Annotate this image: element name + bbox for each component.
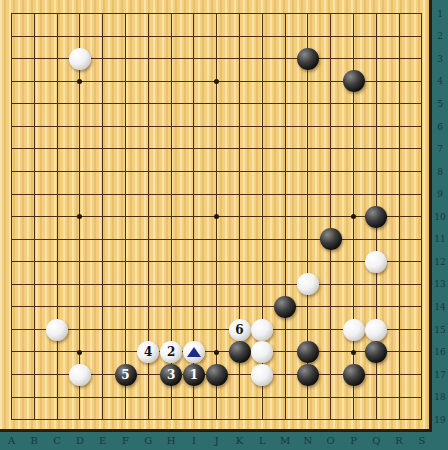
grid-cell bbox=[377, 285, 400, 308]
grid-cell bbox=[35, 82, 58, 105]
grid-cell bbox=[400, 195, 423, 218]
go-board[interactable]: 642531 bbox=[0, 0, 432, 432]
row-label: 16 bbox=[434, 347, 445, 357]
grid-cell bbox=[308, 307, 331, 330]
grid-cell bbox=[126, 59, 149, 82]
grid-cell bbox=[286, 127, 309, 150]
move-number: 2 bbox=[167, 346, 175, 358]
grid-cell bbox=[194, 217, 217, 240]
grid-cell bbox=[172, 307, 195, 330]
grid-cell bbox=[103, 195, 126, 218]
grid-cell bbox=[35, 149, 58, 172]
white-stone[interactable]: 6 bbox=[229, 319, 251, 341]
grid-cell bbox=[172, 240, 195, 263]
grid-cell bbox=[126, 240, 149, 263]
grid-cell bbox=[12, 217, 35, 240]
white-stone[interactable] bbox=[46, 319, 68, 341]
grid-cell bbox=[194, 149, 217, 172]
grid-cell bbox=[35, 240, 58, 263]
grid-cell bbox=[103, 37, 126, 60]
grid-cell bbox=[263, 217, 286, 240]
grid-cell bbox=[12, 82, 35, 105]
row-label: 8 bbox=[437, 167, 443, 177]
grid-cell bbox=[194, 262, 217, 285]
grid-cell bbox=[58, 217, 81, 240]
grid-cell bbox=[194, 195, 217, 218]
grid-cell bbox=[217, 285, 240, 308]
grid-cell bbox=[58, 398, 81, 421]
grid-cell bbox=[400, 104, 423, 127]
grid-cell bbox=[35, 285, 58, 308]
grid-cell bbox=[400, 217, 423, 240]
grid-cell bbox=[377, 398, 400, 421]
triangle-marker-icon bbox=[187, 347, 201, 357]
grid-cell bbox=[286, 149, 309, 172]
column-label: C bbox=[53, 435, 61, 446]
grid-cell bbox=[400, 240, 423, 263]
grid-cell bbox=[12, 285, 35, 308]
black-stone[interactable]: 1 bbox=[183, 364, 205, 386]
black-stone[interactable] bbox=[297, 341, 319, 363]
grid-cell bbox=[308, 195, 331, 218]
grid-cell bbox=[308, 82, 331, 105]
grid-cell bbox=[58, 262, 81, 285]
black-stone[interactable] bbox=[343, 70, 365, 92]
grid-cell bbox=[80, 330, 103, 353]
grid-cell bbox=[377, 375, 400, 398]
grid-cell bbox=[400, 149, 423, 172]
grid-cell bbox=[80, 398, 103, 421]
grid-cell bbox=[103, 82, 126, 105]
grid-cell bbox=[149, 59, 172, 82]
grid-cell bbox=[12, 330, 35, 353]
grid-cell bbox=[354, 127, 377, 150]
column-label: S bbox=[418, 435, 425, 446]
grid-cell bbox=[12, 149, 35, 172]
white-stone[interactable] bbox=[343, 319, 365, 341]
grid-cell bbox=[35, 262, 58, 285]
grid-cell bbox=[149, 172, 172, 195]
grid-cell bbox=[58, 14, 81, 37]
grid-cell bbox=[80, 149, 103, 172]
grid-cell bbox=[377, 127, 400, 150]
white-stone[interactable] bbox=[69, 48, 91, 70]
grid-cell bbox=[194, 307, 217, 330]
grid-cell bbox=[286, 240, 309, 263]
grid-cell bbox=[400, 37, 423, 60]
grid-cell bbox=[58, 172, 81, 195]
grid-cell bbox=[286, 82, 309, 105]
grid-cell bbox=[377, 172, 400, 195]
grid-cell bbox=[217, 240, 240, 263]
move-number: 3 bbox=[167, 369, 175, 381]
grid-cell bbox=[35, 195, 58, 218]
grid-cell bbox=[80, 285, 103, 308]
row-label: 15 bbox=[434, 325, 445, 335]
black-stone[interactable]: 5 bbox=[115, 364, 137, 386]
row-label: 5 bbox=[437, 99, 443, 109]
grid-cell bbox=[126, 37, 149, 60]
grid-cell bbox=[331, 172, 354, 195]
white-stone[interactable] bbox=[183, 341, 205, 363]
black-stone[interactable] bbox=[320, 228, 342, 250]
grid-cell bbox=[263, 262, 286, 285]
black-stone[interactable] bbox=[297, 364, 319, 386]
move-number: 1 bbox=[190, 369, 198, 381]
row-label: 4 bbox=[437, 76, 443, 86]
column-label: K bbox=[236, 435, 243, 446]
grid-cell bbox=[400, 285, 423, 308]
grid-cell bbox=[103, 307, 126, 330]
grid-cell bbox=[58, 104, 81, 127]
black-stone[interactable] bbox=[365, 206, 387, 228]
grid-cell bbox=[263, 37, 286, 60]
grid-cell bbox=[103, 217, 126, 240]
move-number: 5 bbox=[121, 369, 129, 381]
grid-cell bbox=[126, 195, 149, 218]
grid-cell bbox=[80, 195, 103, 218]
column-label: A bbox=[8, 435, 15, 446]
grid-cell bbox=[194, 59, 217, 82]
grid-cell bbox=[354, 14, 377, 37]
black-stone[interactable]: 3 bbox=[160, 364, 182, 386]
grid-cell bbox=[286, 104, 309, 127]
row-label: 10 bbox=[434, 212, 445, 222]
grid-cell bbox=[263, 149, 286, 172]
grid-cell bbox=[217, 172, 240, 195]
grid-cell bbox=[354, 149, 377, 172]
column-label: L bbox=[259, 435, 266, 446]
grid-cell bbox=[217, 104, 240, 127]
grid-cell bbox=[217, 195, 240, 218]
grid-cell bbox=[35, 104, 58, 127]
grid-cell bbox=[240, 14, 263, 37]
grid-cell bbox=[80, 172, 103, 195]
grid-cell bbox=[126, 14, 149, 37]
row-label: 14 bbox=[434, 302, 445, 312]
grid-cell bbox=[149, 262, 172, 285]
grid-cell bbox=[12, 307, 35, 330]
grid-cell bbox=[149, 104, 172, 127]
grid-cell bbox=[217, 14, 240, 37]
grid-cell bbox=[126, 82, 149, 105]
column-label: B bbox=[31, 435, 38, 446]
grid-cell bbox=[263, 59, 286, 82]
grid-cell bbox=[194, 82, 217, 105]
grid-cell bbox=[149, 285, 172, 308]
grid-cell bbox=[149, 307, 172, 330]
grid-cell bbox=[35, 217, 58, 240]
grid-cell bbox=[12, 352, 35, 375]
grid-cell bbox=[400, 172, 423, 195]
row-label: 19 bbox=[434, 415, 445, 425]
grid-cell bbox=[354, 398, 377, 421]
grid-cell bbox=[308, 172, 331, 195]
grid-cell bbox=[149, 82, 172, 105]
grid-cell bbox=[80, 240, 103, 263]
column-label: P bbox=[350, 435, 357, 446]
row-label: 13 bbox=[434, 279, 445, 289]
grid-cell bbox=[263, 14, 286, 37]
grid-cell bbox=[172, 104, 195, 127]
grid-cell bbox=[35, 37, 58, 60]
grid-cell bbox=[12, 172, 35, 195]
grid-cell bbox=[126, 398, 149, 421]
grid-cell bbox=[263, 172, 286, 195]
grid-cell bbox=[240, 82, 263, 105]
grid-cell bbox=[217, 149, 240, 172]
grid-cell bbox=[12, 262, 35, 285]
grid-cell bbox=[103, 240, 126, 263]
grid-cell bbox=[331, 195, 354, 218]
grid-cell bbox=[217, 217, 240, 240]
grid-cell bbox=[149, 149, 172, 172]
grid-cell bbox=[35, 375, 58, 398]
grid-cell bbox=[377, 104, 400, 127]
grid-cell bbox=[80, 217, 103, 240]
column-label: O bbox=[327, 435, 335, 446]
grid-cell bbox=[80, 127, 103, 150]
grid-cell bbox=[217, 59, 240, 82]
grid-cell bbox=[263, 398, 286, 421]
grid-cell bbox=[217, 262, 240, 285]
grid-cell bbox=[240, 149, 263, 172]
grid-cell bbox=[172, 59, 195, 82]
grid-cell bbox=[331, 398, 354, 421]
grid-cell bbox=[149, 14, 172, 37]
grid-cell bbox=[103, 172, 126, 195]
grid-cell bbox=[35, 172, 58, 195]
grid-cell bbox=[12, 37, 35, 60]
grid-cell bbox=[172, 285, 195, 308]
white-stone[interactable] bbox=[365, 319, 387, 341]
grid-cell bbox=[377, 59, 400, 82]
grid-cell bbox=[286, 398, 309, 421]
grid-cell bbox=[172, 37, 195, 60]
grid-cell bbox=[12, 398, 35, 421]
grid-cell bbox=[400, 14, 423, 37]
grid-cell bbox=[126, 104, 149, 127]
row-label: 7 bbox=[437, 144, 443, 154]
white-stone[interactable] bbox=[251, 319, 273, 341]
grid-cell bbox=[12, 14, 35, 37]
column-label: J bbox=[215, 435, 219, 446]
black-stone[interactable] bbox=[274, 296, 296, 318]
grid-cell bbox=[12, 375, 35, 398]
grid-cell bbox=[240, 127, 263, 150]
grid-cell bbox=[286, 217, 309, 240]
row-label: 9 bbox=[437, 189, 443, 199]
grid-cell bbox=[308, 14, 331, 37]
grid-cell bbox=[400, 330, 423, 353]
grid-cell bbox=[126, 172, 149, 195]
grid-cell bbox=[240, 240, 263, 263]
black-stone[interactable] bbox=[343, 364, 365, 386]
grid-cell bbox=[103, 149, 126, 172]
grid-cell bbox=[354, 37, 377, 60]
grid-cell bbox=[12, 59, 35, 82]
grid-cell bbox=[103, 14, 126, 37]
grid-cell bbox=[400, 59, 423, 82]
grid-cell bbox=[126, 127, 149, 150]
grid-cell bbox=[377, 82, 400, 105]
grid-cell bbox=[172, 217, 195, 240]
column-label: F bbox=[122, 435, 129, 446]
grid-cell bbox=[172, 172, 195, 195]
grid-cell bbox=[194, 285, 217, 308]
column-label: E bbox=[99, 435, 106, 446]
column-label: N bbox=[304, 435, 313, 446]
grid-cell bbox=[103, 104, 126, 127]
column-label: D bbox=[76, 435, 84, 446]
grid-cell bbox=[126, 262, 149, 285]
grid-cell bbox=[331, 104, 354, 127]
grid-cell bbox=[331, 262, 354, 285]
grid-cell bbox=[217, 37, 240, 60]
grid-cell bbox=[331, 37, 354, 60]
row-label: 1 bbox=[437, 9, 443, 19]
grid-cell bbox=[12, 127, 35, 150]
grid-cell bbox=[80, 14, 103, 37]
grid-cell bbox=[377, 37, 400, 60]
star-point bbox=[351, 350, 356, 355]
grid-cell bbox=[149, 127, 172, 150]
grid-cell bbox=[58, 127, 81, 150]
grid-cell bbox=[194, 14, 217, 37]
grid-cell bbox=[240, 104, 263, 127]
row-label: 2 bbox=[437, 31, 443, 41]
grid-cell bbox=[103, 59, 126, 82]
grid-cell bbox=[80, 262, 103, 285]
grid-cell bbox=[331, 14, 354, 37]
row-label: 6 bbox=[437, 122, 443, 132]
grid-cell bbox=[308, 149, 331, 172]
move-number: 6 bbox=[235, 324, 243, 336]
grid-cell bbox=[80, 307, 103, 330]
grid-cell bbox=[172, 82, 195, 105]
grid-cell bbox=[400, 82, 423, 105]
grid-cell bbox=[240, 172, 263, 195]
white-stone[interactable] bbox=[69, 364, 91, 386]
column-label: M bbox=[280, 435, 290, 446]
grid-cell bbox=[263, 195, 286, 218]
row-label: 3 bbox=[437, 54, 443, 64]
grid-cell bbox=[240, 285, 263, 308]
grid-cell bbox=[149, 217, 172, 240]
white-stone[interactable] bbox=[251, 364, 273, 386]
grid-cell bbox=[35, 59, 58, 82]
grid-cell bbox=[377, 149, 400, 172]
grid-cell bbox=[240, 217, 263, 240]
grid-cell bbox=[149, 37, 172, 60]
grid-cell bbox=[126, 217, 149, 240]
grid-cell bbox=[58, 149, 81, 172]
grid-cell bbox=[354, 104, 377, 127]
grid-cell bbox=[194, 37, 217, 60]
grid-cell bbox=[308, 104, 331, 127]
grid-cell bbox=[263, 127, 286, 150]
grid-cell bbox=[12, 104, 35, 127]
grid-cell bbox=[58, 82, 81, 105]
grid-cell bbox=[331, 149, 354, 172]
grid-cell bbox=[400, 375, 423, 398]
grid-cell bbox=[12, 195, 35, 218]
grid-cell bbox=[58, 285, 81, 308]
grid-cell bbox=[240, 262, 263, 285]
grid-cell bbox=[400, 398, 423, 421]
grid-cell bbox=[400, 307, 423, 330]
grid-cell bbox=[12, 240, 35, 263]
row-label: 17 bbox=[434, 370, 445, 380]
grid-cell bbox=[400, 127, 423, 150]
grid-cell bbox=[126, 307, 149, 330]
grid-cell bbox=[286, 14, 309, 37]
grid-cell bbox=[240, 59, 263, 82]
grid-cell bbox=[172, 14, 195, 37]
grid-cell bbox=[149, 195, 172, 218]
grid-cell bbox=[103, 285, 126, 308]
black-stone[interactable] bbox=[229, 341, 251, 363]
grid-cell bbox=[194, 104, 217, 127]
grid-cell bbox=[103, 262, 126, 285]
grid-cell bbox=[172, 262, 195, 285]
grid-cell bbox=[331, 285, 354, 308]
grid-cell bbox=[35, 127, 58, 150]
grid-cell bbox=[103, 330, 126, 353]
column-labels: ABCDEFGHIJKLMNOPQRS bbox=[0, 432, 448, 450]
column-label: I bbox=[192, 435, 196, 446]
grid-cell bbox=[377, 14, 400, 37]
grid-cell bbox=[308, 398, 331, 421]
black-stone[interactable] bbox=[297, 48, 319, 70]
black-stone[interactable] bbox=[206, 364, 228, 386]
grid-cell bbox=[286, 172, 309, 195]
grid-cell bbox=[126, 149, 149, 172]
grid-cell bbox=[35, 352, 58, 375]
grid-cell bbox=[172, 398, 195, 421]
row-labels: 12345678910111213141516171819 bbox=[432, 0, 448, 432]
grid-cell bbox=[80, 104, 103, 127]
move-number: 4 bbox=[144, 346, 152, 358]
go-app-window: 642531 ABCDEFGHIJKLMNOPQRS 1234567891011… bbox=[0, 0, 448, 450]
grid-cell bbox=[194, 398, 217, 421]
grid-cell bbox=[240, 398, 263, 421]
grid-cell bbox=[240, 195, 263, 218]
grid-cell bbox=[35, 14, 58, 37]
column-label: G bbox=[144, 435, 152, 446]
grid-cell bbox=[308, 127, 331, 150]
grid-cell bbox=[172, 195, 195, 218]
grid-cell bbox=[103, 127, 126, 150]
grid-cell bbox=[331, 127, 354, 150]
grid-cell bbox=[103, 398, 126, 421]
grid-cell bbox=[58, 240, 81, 263]
column-label: R bbox=[395, 435, 403, 446]
grid-cell bbox=[149, 398, 172, 421]
grid-cell bbox=[263, 82, 286, 105]
grid-cell bbox=[149, 240, 172, 263]
row-label: 11 bbox=[434, 234, 445, 244]
column-label: H bbox=[167, 435, 176, 446]
grid-cell bbox=[80, 82, 103, 105]
grid-cell bbox=[354, 172, 377, 195]
grid-cell bbox=[240, 37, 263, 60]
grid-cell bbox=[263, 104, 286, 127]
grid-cell bbox=[400, 262, 423, 285]
grid-cell bbox=[172, 127, 195, 150]
grid-cell bbox=[354, 285, 377, 308]
star-point bbox=[214, 350, 219, 355]
